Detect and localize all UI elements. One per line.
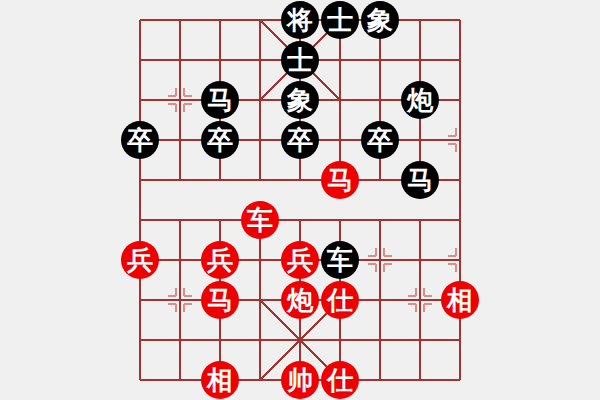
piece-red-general[interactable]: 帅 (281, 361, 319, 399)
piece-black-horse[interactable]: 马 (401, 161, 439, 199)
piece-black-chariot[interactable]: 车 (321, 241, 359, 279)
piece-red-chariot[interactable]: 车 (241, 201, 279, 239)
piece-black-soldier[interactable]: 卒 (281, 121, 319, 159)
piece-black-advisor[interactable]: 士 (281, 41, 319, 79)
piece-red-soldier[interactable]: 兵 (281, 241, 319, 279)
piece-black-elephant[interactable]: 象 (281, 81, 319, 119)
piece-black-soldier[interactable]: 卒 (121, 121, 159, 159)
piece-red-cannon[interactable]: 炮 (281, 281, 319, 319)
piece-black-horse[interactable]: 马 (201, 81, 239, 119)
piece-red-soldier[interactable]: 兵 (201, 241, 239, 279)
xiangqi-board[interactable]: 将士象士马象炮卒卒卒卒马马车兵兵兵车马炮仕相相帅仕 (120, 0, 480, 400)
piece-red-elephant[interactable]: 相 (441, 281, 479, 319)
piece-red-advisor[interactable]: 仕 (321, 361, 359, 399)
piece-black-cannon[interactable]: 炮 (401, 81, 439, 119)
xiangqi-app: 将士象士马象炮卒卒卒卒马马车兵兵兵车马炮仕相相帅仕 (0, 0, 600, 400)
piece-red-elephant[interactable]: 相 (201, 361, 239, 399)
piece-black-general[interactable]: 将 (281, 1, 319, 39)
piece-black-soldier[interactable]: 卒 (361, 121, 399, 159)
piece-red-horse[interactable]: 马 (201, 281, 239, 319)
piece-black-elephant[interactable]: 象 (361, 1, 399, 39)
piece-red-soldier[interactable]: 兵 (121, 241, 159, 279)
piece-red-advisor[interactable]: 仕 (321, 281, 359, 319)
piece-black-advisor[interactable]: 士 (321, 1, 359, 39)
piece-black-soldier[interactable]: 卒 (201, 121, 239, 159)
piece-red-horse[interactable]: 马 (321, 161, 359, 199)
